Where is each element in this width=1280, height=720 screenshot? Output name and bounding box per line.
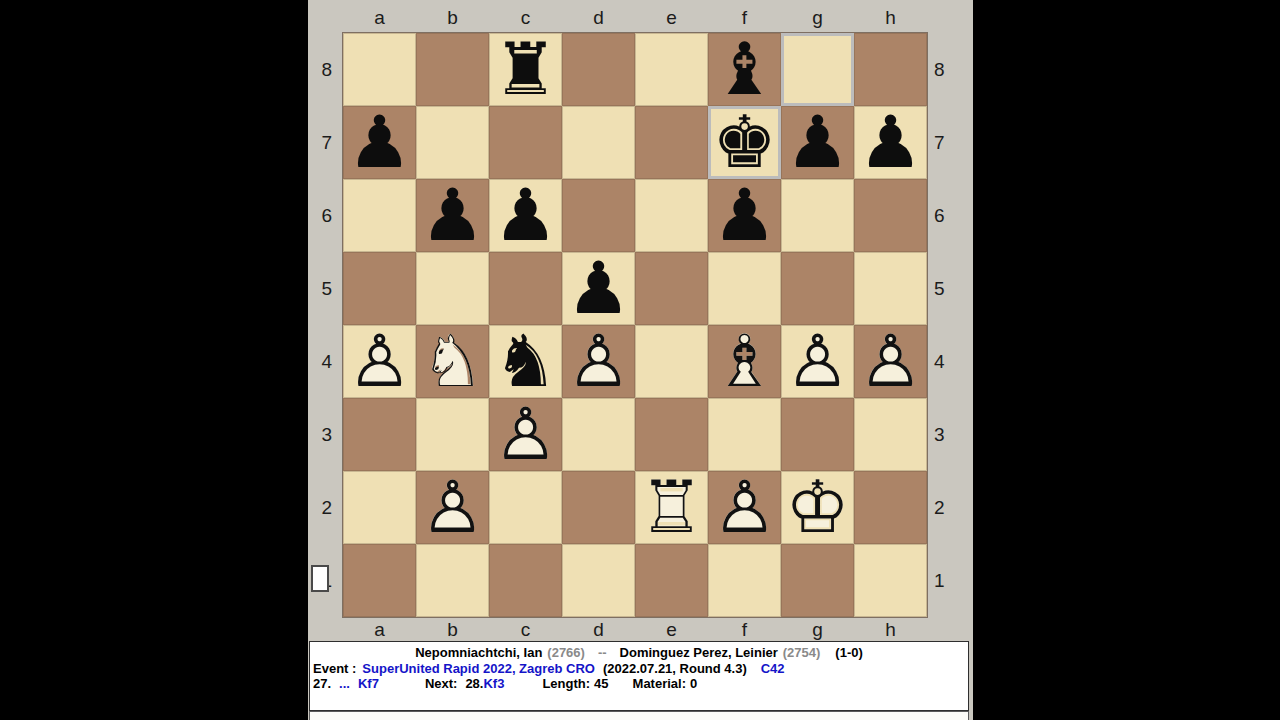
square-c2[interactable] <box>489 471 562 544</box>
video-frame: abcdefgh 87654321 87654321 ♜♝♟♚♟♟♟♟♟♟♟♙♞… <box>0 0 1280 720</box>
white-pawn[interactable]: ♟♙ <box>781 325 854 398</box>
white-player-name: Nepomniachtchi, Ian <box>415 645 542 660</box>
white-pawn[interactable]: ♟♙ <box>489 398 562 471</box>
rank-label-4: 4 <box>308 325 338 398</box>
square-c3[interactable]: ♟♙ <box>489 398 562 471</box>
file-label-d: d <box>562 618 635 642</box>
square-h3[interactable] <box>854 398 927 471</box>
square-c1[interactable] <box>489 544 562 617</box>
rank-label-5: 5 <box>308 252 338 325</box>
black-pawn[interactable]: ♟ <box>343 106 416 179</box>
square-h6[interactable] <box>854 179 927 252</box>
white-pawn[interactable]: ♟♙ <box>708 471 781 544</box>
square-d2[interactable] <box>562 471 635 544</box>
square-c4[interactable]: ♞ <box>489 325 562 398</box>
square-g8[interactable] <box>781 33 854 106</box>
square-a2[interactable] <box>343 471 416 544</box>
square-f1[interactable] <box>708 544 781 617</box>
black-king[interactable]: ♚ <box>708 106 781 179</box>
rank-label-7: 7 <box>308 106 338 179</box>
file-label-d: d <box>562 6 635 30</box>
square-c6[interactable]: ♟ <box>489 179 562 252</box>
file-label-e: e <box>635 6 708 30</box>
square-d5[interactable]: ♟ <box>562 252 635 325</box>
square-d8[interactable] <box>562 33 635 106</box>
players-line: Nepomniachtchi, Ian(2766)--Dominguez Per… <box>310 645 968 661</box>
square-d1[interactable] <box>562 544 635 617</box>
square-a1[interactable] <box>343 544 416 617</box>
square-h2[interactable] <box>854 471 927 544</box>
black-knight[interactable]: ♞ <box>489 325 562 398</box>
white-pawn[interactable]: ♟♙ <box>343 325 416 398</box>
rank-label-3: 3 <box>927 398 957 471</box>
square-a8[interactable] <box>343 33 416 106</box>
square-g1[interactable] <box>781 544 854 617</box>
secondary-panel-edge <box>309 711 969 720</box>
file-labels-top: abcdefgh <box>343 6 927 30</box>
event-label: Event : <box>313 661 356 676</box>
square-h7[interactable]: ♟ <box>854 106 927 179</box>
square-f6[interactable]: ♟ <box>708 179 781 252</box>
file-label-b: b <box>416 6 489 30</box>
square-h8[interactable] <box>854 33 927 106</box>
black-rook[interactable]: ♜ <box>489 33 562 106</box>
rank-label-5: 5 <box>927 252 957 325</box>
square-f8[interactable]: ♝ <box>708 33 781 106</box>
white-knight[interactable]: ♞♘ <box>416 325 489 398</box>
event-details: (2022.07.21, Round 4.3) <box>603 661 747 676</box>
square-f3[interactable] <box>708 398 781 471</box>
black-pawn[interactable]: ♟ <box>781 106 854 179</box>
rank-label-2: 2 <box>308 471 338 544</box>
moves-line: 27....Kf7Next:28.Kf3Length:45Material:0 <box>310 676 968 692</box>
black-pawn[interactable]: ♟ <box>854 106 927 179</box>
rank-labels-right: 87654321 <box>927 33 957 617</box>
current-move[interactable]: Kf7 <box>358 676 379 691</box>
file-label-b: b <box>416 618 489 642</box>
square-e4[interactable] <box>635 325 708 398</box>
square-b6[interactable]: ♟ <box>416 179 489 252</box>
rank-label-6: 6 <box>927 179 957 252</box>
square-e1[interactable] <box>635 544 708 617</box>
next-move[interactable]: Kf3 <box>483 676 504 691</box>
rank-label-6: 6 <box>308 179 338 252</box>
square-d6[interactable] <box>562 179 635 252</box>
square-g2[interactable]: ♚♔ <box>781 471 854 544</box>
square-h1[interactable] <box>854 544 927 617</box>
square-b8[interactable] <box>416 33 489 106</box>
rank-label-7: 7 <box>927 106 957 179</box>
square-a7[interactable]: ♟ <box>343 106 416 179</box>
file-label-e: e <box>635 618 708 642</box>
square-d3[interactable] <box>562 398 635 471</box>
length-label: Length: <box>542 676 590 691</box>
square-b3[interactable] <box>416 398 489 471</box>
square-e6[interactable] <box>635 179 708 252</box>
players-separator: -- <box>598 645 607 660</box>
black-player-name: Dominguez Perez, Leinier <box>620 645 778 660</box>
white-rook[interactable]: ♜♖ <box>635 471 708 544</box>
white-bishop[interactable]: ♝♗ <box>708 325 781 398</box>
black-pawn[interactable]: ♟ <box>562 252 635 325</box>
next-label: Next: <box>425 676 458 691</box>
square-e5[interactable] <box>635 252 708 325</box>
square-g7[interactable]: ♟ <box>781 106 854 179</box>
length-value: 45 <box>594 676 608 691</box>
black-bishop[interactable]: ♝ <box>708 33 781 106</box>
square-d7[interactable] <box>562 106 635 179</box>
file-label-h: h <box>854 618 927 642</box>
material-label: Material: <box>633 676 686 691</box>
square-c7[interactable] <box>489 106 562 179</box>
rank-label-4: 4 <box>927 325 957 398</box>
side-to-move-indicator <box>311 565 329 592</box>
square-d4[interactable]: ♟♙ <box>562 325 635 398</box>
rank-label-8: 8 <box>308 33 338 106</box>
file-label-c: c <box>489 618 562 642</box>
square-a3[interactable] <box>343 398 416 471</box>
file-label-f: f <box>708 618 781 642</box>
game-result: (1-0) <box>835 645 862 660</box>
white-pawn[interactable]: ♟♙ <box>562 325 635 398</box>
event-name[interactable]: SuperUnited Rapid 2022, Zagreb CRO <box>362 661 595 676</box>
white-player-rating: (2766) <box>547 645 585 660</box>
square-e7[interactable] <box>635 106 708 179</box>
file-label-g: g <box>781 6 854 30</box>
square-b5[interactable] <box>416 252 489 325</box>
file-label-a: a <box>343 6 416 30</box>
rank-label-8: 8 <box>927 33 957 106</box>
square-a5[interactable] <box>343 252 416 325</box>
square-f5[interactable] <box>708 252 781 325</box>
square-h4[interactable]: ♟♙ <box>854 325 927 398</box>
white-pawn[interactable]: ♟♙ <box>416 471 489 544</box>
file-label-a: a <box>343 618 416 642</box>
square-e3[interactable] <box>635 398 708 471</box>
chess-board[interactable]: ♜♝♟♚♟♟♟♟♟♟♟♙♞♘♞♟♙♝♗♟♙♟♙♟♙♟♙♜♖♟♙♚♔ <box>343 33 927 617</box>
next-move-number: 28. <box>465 676 483 691</box>
rank-label-3: 3 <box>308 398 338 471</box>
square-g3[interactable] <box>781 398 854 471</box>
black-pawn[interactable]: ♟ <box>708 179 781 252</box>
square-f2[interactable]: ♟♙ <box>708 471 781 544</box>
square-g5[interactable] <box>781 252 854 325</box>
move-dots: ... <box>339 676 350 691</box>
rank-label-1: 1 <box>927 544 957 617</box>
event-line: Event :SuperUnited Rapid 2022, Zagreb CR… <box>310 661 968 677</box>
square-c8[interactable]: ♜ <box>489 33 562 106</box>
file-labels-bottom: abcdefgh <box>343 618 927 642</box>
square-g6[interactable] <box>781 179 854 252</box>
square-b4[interactable]: ♞♘ <box>416 325 489 398</box>
square-f4[interactable]: ♝♗ <box>708 325 781 398</box>
square-b2[interactable]: ♟♙ <box>416 471 489 544</box>
material-value: 0 <box>690 676 697 691</box>
square-c5[interactable] <box>489 252 562 325</box>
square-g4[interactable]: ♟♙ <box>781 325 854 398</box>
white-pawn[interactable]: ♟♙ <box>854 325 927 398</box>
eco-code[interactable]: C42 <box>761 661 785 676</box>
square-b1[interactable] <box>416 544 489 617</box>
square-b7[interactable] <box>416 106 489 179</box>
move-number: 27. <box>313 676 331 691</box>
black-pawn[interactable]: ♟ <box>489 179 562 252</box>
black-player-rating: (2754) <box>783 645 821 660</box>
rank-label-2: 2 <box>927 471 957 544</box>
square-a6[interactable] <box>343 179 416 252</box>
square-e8[interactable] <box>635 33 708 106</box>
white-king[interactable]: ♚♔ <box>781 471 854 544</box>
square-a4[interactable]: ♟♙ <box>343 325 416 398</box>
square-f7[interactable]: ♚ <box>708 106 781 179</box>
black-pawn[interactable]: ♟ <box>416 179 489 252</box>
chess-app-window: abcdefgh 87654321 87654321 ♜♝♟♚♟♟♟♟♟♟♟♙♞… <box>308 0 973 720</box>
square-e2[interactable]: ♜♖ <box>635 471 708 544</box>
file-label-g: g <box>781 618 854 642</box>
square-h5[interactable] <box>854 252 927 325</box>
rank-labels-left: 87654321 <box>308 33 338 617</box>
file-label-h: h <box>854 6 927 30</box>
game-info-panel: Nepomniachtchi, Ian(2766)--Dominguez Per… <box>309 641 969 711</box>
